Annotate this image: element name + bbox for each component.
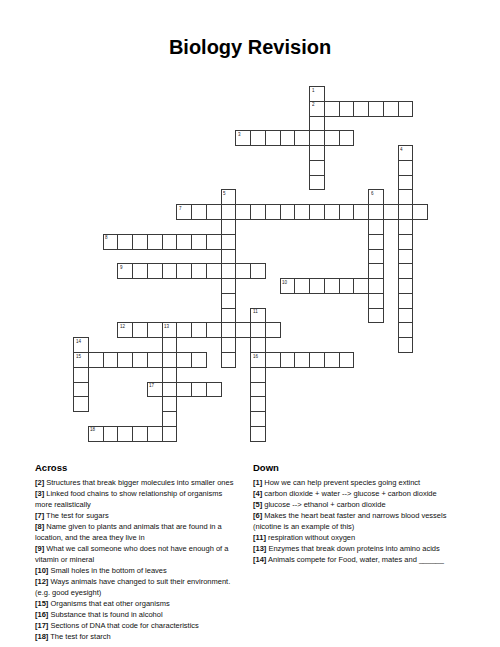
grid-cell-r18c6[interactable] [162, 352, 178, 368]
cell-number-10: 10 [282, 280, 287, 285]
across-clue-text-2: Structures that break bigger molecules i… [44, 478, 233, 487]
across-clue-7: [7] The test for sugars [35, 510, 253, 521]
grid-cell-r3c17[interactable] [324, 130, 340, 146]
across-clue-number-12: [12] [35, 577, 48, 586]
grid-cell-r0c16[interactable]: 1 [309, 86, 325, 102]
grid-cell-r8c13[interactable] [265, 204, 281, 220]
across-clue-16: [16] Substance that is found in alcohol [35, 609, 253, 620]
grid-cell-r7c20[interactable]: 6 [368, 189, 384, 205]
grid-cell-r15c12[interactable]: 11 [250, 308, 266, 324]
grid-cell-r20c9[interactable] [206, 382, 222, 398]
grid-cell-r23c1[interactable]: 18 [88, 426, 104, 442]
grid-cell-r18c16[interactable] [309, 352, 325, 368]
grid-cell-r1c20[interactable] [368, 101, 384, 117]
across-clue-number-17: [17] [35, 621, 48, 630]
down-clue-text-14: Animals compete for Food, water, mates a… [266, 555, 444, 564]
grid-cell-r15c22[interactable] [398, 308, 414, 324]
grid-cell-r18c17[interactable] [324, 352, 340, 368]
grid-cell-r20c8[interactable] [191, 382, 207, 398]
across-clue-8: [8] Name given to plants and animals tha… [35, 521, 253, 543]
grid-cell-r18c7[interactable] [176, 352, 192, 368]
grid-cell-r19c6[interactable] [162, 367, 178, 383]
grid-cell-r20c12[interactable] [250, 382, 266, 398]
across-clue-number-18: [18] [35, 632, 48, 641]
across-clue-number-9: [9] [35, 544, 44, 553]
grid-cell-r23c4[interactable] [132, 426, 148, 442]
grid-cell-r18c1[interactable] [88, 352, 104, 368]
cell-number-9: 9 [120, 265, 123, 270]
grid-cell-r12c9[interactable] [206, 263, 222, 279]
grid-cell-r9c10[interactable] [221, 219, 237, 235]
grid-cell-r16c12[interactable] [250, 322, 266, 338]
grid-cell-r22c12[interactable] [250, 411, 266, 427]
grid-cell-r13c15[interactable] [294, 278, 310, 294]
grid-cell-r12c8[interactable] [191, 263, 207, 279]
grid-cell-r16c6[interactable]: 13 [162, 322, 178, 338]
grid-cell-r17c0[interactable]: 14 [73, 337, 89, 353]
down-clue-number-14: [14] [253, 555, 266, 564]
grid-cell-r18c3[interactable] [117, 352, 133, 368]
across-clue-17: [17] Sections of DNA that code for chara… [35, 620, 253, 631]
across-clue-number-8: [8] [35, 522, 44, 531]
across-clue-list: [2] Structures that break bigger molecul… [35, 477, 253, 642]
grid-cell-r16c7[interactable] [176, 322, 192, 338]
across-clue-2: [2] Structures that break bigger molecul… [35, 477, 253, 488]
grid-cell-r12c22[interactable] [398, 263, 414, 279]
down-clue-13: [13] Enzymes that break down proteins in… [253, 543, 489, 554]
cell-number-12: 12 [120, 324, 125, 329]
grid-cell-r6c22[interactable] [398, 175, 414, 191]
grid-cell-r14c10[interactable] [221, 293, 237, 309]
grid-cell-r2c16[interactable] [309, 116, 325, 132]
grid-cell-r23c2[interactable] [103, 426, 119, 442]
cell-number-7: 7 [179, 206, 182, 211]
grid-cell-r1c17[interactable] [324, 101, 340, 117]
down-header: Down [253, 462, 489, 474]
grid-cell-r3c15[interactable] [294, 130, 310, 146]
cell-number-6: 6 [371, 191, 374, 196]
grid-cell-r13c20[interactable] [368, 278, 384, 294]
grid-cell-r1c19[interactable] [353, 101, 369, 117]
grid-cell-r1c22[interactable] [398, 101, 414, 117]
across-clue-15: [15] Organisms that eat other organisms [35, 598, 253, 609]
grid-cell-r15c20[interactable] [368, 308, 384, 324]
across-clue-text-10: Small holes in the bottom of leaves [48, 566, 166, 575]
grid-cell-r20c6[interactable] [162, 382, 178, 398]
cell-number-13: 13 [164, 324, 169, 329]
cell-number-16: 16 [253, 354, 258, 359]
grid-cell-r18c14[interactable] [280, 352, 296, 368]
across-clue-number-10: [10] [35, 566, 48, 575]
cell-number-18: 18 [90, 427, 95, 432]
cell-number-5: 5 [223, 191, 226, 196]
grid-cell-r10c20[interactable] [368, 234, 384, 250]
grid-cell-r16c8[interactable] [191, 322, 207, 338]
down-clue-number-1: [1] [253, 478, 262, 487]
grid-cell-r18c10[interactable] [221, 352, 237, 368]
down-clue-4: [4] carbon dioxide + water --> glucose +… [253, 488, 489, 499]
grid-cell-r16c5[interactable] [147, 322, 163, 338]
cell-number-11: 11 [253, 309, 258, 314]
grid-cell-r11c10[interactable] [221, 249, 237, 265]
grid-cell-r13c10[interactable] [221, 278, 237, 294]
grid-cell-r23c12[interactable] [250, 426, 266, 442]
cell-number-3: 3 [238, 132, 241, 137]
across-clue-number-7: [7] [35, 511, 44, 520]
grid-cell-r18c13[interactable] [265, 352, 281, 368]
down-clue-number-11: [11] [253, 533, 266, 542]
grid-cell-r18c2[interactable] [103, 352, 119, 368]
down-clue-5: [5] glucose --> ethanol + carbon dioxide [253, 499, 489, 510]
across-clue-12: [12] Ways animals have changed to suit t… [35, 576, 253, 598]
grid-cell-r8c17[interactable] [324, 204, 340, 220]
across-clue-3: [3] Linked food chains to show relations… [35, 488, 253, 510]
grid-cell-r10c5[interactable] [147, 234, 163, 250]
down-clue-text-13: Enzymes that break down proteins into am… [266, 544, 439, 553]
grid-cell-r20c7[interactable] [176, 382, 192, 398]
grid-cell-r16c22[interactable] [398, 322, 414, 338]
grid-cell-r3c18[interactable] [339, 130, 355, 146]
grid-cell-r8c14[interactable] [280, 204, 296, 220]
cell-number-17: 17 [149, 383, 154, 388]
grid-cell-r1c16[interactable]: 2 [309, 101, 325, 117]
grid-cell-r12c6[interactable] [162, 263, 178, 279]
grid-cell-r23c5[interactable] [147, 426, 163, 442]
grid-cell-r10c4[interactable] [132, 234, 148, 250]
grid-cell-r8c23[interactable] [412, 204, 428, 220]
cell-number-8: 8 [105, 235, 108, 240]
grid-cell-r10c7[interactable] [176, 234, 192, 250]
grid-cell-r7c22[interactable] [398, 189, 414, 205]
across-clue-text-17: Sections of DNA that code for characteri… [48, 621, 198, 630]
down-clues-section: Down [1] How we can help prevent species… [253, 462, 489, 565]
down-clue-11: [11] respiration without oxygen [253, 532, 489, 543]
grid-cell-r14c22[interactable] [398, 293, 414, 309]
grid-cell-r18c18[interactable] [339, 352, 355, 368]
grid-cell-r23c6[interactable] [162, 426, 178, 442]
grid-cell-r10c6[interactable] [162, 234, 178, 250]
grid-cell-r12c7[interactable] [176, 263, 192, 279]
grid-cell-r10c2[interactable]: 8 [103, 234, 119, 250]
grid-cell-r17c22[interactable] [398, 337, 414, 353]
grid-cell-r1c21[interactable] [383, 101, 399, 117]
across-clues-section: Across [2] Structures that break bigger … [35, 462, 253, 642]
grid-cell-r13c22[interactable] [398, 278, 414, 294]
grid-cell-r13c16[interactable] [309, 278, 325, 294]
across-header: Across [35, 462, 253, 474]
grid-cell-r22c6[interactable] [162, 411, 178, 427]
cell-number-1: 1 [312, 88, 315, 93]
across-clue-number-3: [3] [35, 489, 44, 498]
grid-cell-r12c20[interactable] [368, 263, 384, 279]
down-clue-number-4: [4] [253, 489, 262, 498]
grid-cell-r10c3[interactable] [117, 234, 133, 250]
grid-cell-r21c12[interactable] [250, 396, 266, 412]
grid-cell-r12c12[interactable] [250, 263, 266, 279]
grid-cell-r18c12[interactable]: 16 [250, 352, 266, 368]
grid-cell-r8c9[interactable] [206, 204, 222, 220]
grid-cell-r16c9[interactable] [206, 322, 222, 338]
grid-cell-r8c20[interactable] [368, 204, 384, 220]
grid-cell-r12c4[interactable] [132, 263, 148, 279]
across-clue-18: [18] The test for starch [35, 631, 253, 642]
across-clue-text-3: Linked food chains to show relationship … [35, 489, 222, 509]
grid-cell-r18c4[interactable] [132, 352, 148, 368]
grid-cell-r16c4[interactable] [132, 322, 148, 338]
grid-cell-r20c0[interactable] [73, 382, 89, 398]
down-clue-text-4: carbon dioxide + water --> glucose + car… [262, 489, 436, 498]
grid-cell-r12c5[interactable] [147, 263, 163, 279]
grid-cell-r10c9[interactable] [206, 234, 222, 250]
grid-cell-r17c10[interactable] [221, 337, 237, 353]
down-clue-number-5: [5] [253, 500, 262, 509]
grid-cell-r17c6[interactable] [162, 337, 178, 353]
grid-cell-r13c19[interactable] [353, 278, 369, 294]
grid-cell-r23c3[interactable] [117, 426, 133, 442]
across-clue-text-18: The test for starch [48, 632, 110, 641]
grid-cell-r4c22[interactable]: 4 [398, 145, 414, 161]
grid-cell-r7c10[interactable]: 5 [221, 189, 237, 205]
grid-cell-r3c13[interactable] [265, 130, 281, 146]
grid-cell-r16c3[interactable]: 12 [117, 322, 133, 338]
grid-cell-r16c11[interactable] [235, 322, 251, 338]
grid-cell-r5c22[interactable] [398, 160, 414, 176]
down-clue-list: [1] How we can help prevent species goin… [253, 477, 489, 565]
across-clue-text-9: What we call someone who does not have e… [35, 544, 228, 564]
grid-cell-r9c22[interactable] [398, 219, 414, 235]
grid-cell-r8c7[interactable]: 7 [176, 204, 192, 220]
across-clue-10: [10] Small holes in the bottom of leaves [35, 565, 253, 576]
grid-cell-r14c20[interactable] [368, 293, 384, 309]
grid-cell-r3c12[interactable] [250, 130, 266, 146]
grid-cell-r12c3[interactable]: 9 [117, 263, 133, 279]
grid-cell-r13c17[interactable] [324, 278, 340, 294]
grid-cell-r9c20[interactable] [368, 219, 384, 235]
grid-cell-r8c11[interactable] [235, 204, 251, 220]
down-clue-text-5: glucose --> ethanol + carbon dioxide [262, 500, 385, 509]
across-clue-9: [9] What we call someone who does not ha… [35, 543, 253, 565]
grid-cell-r18c0[interactable]: 15 [73, 352, 89, 368]
across-clue-text-8: Name given to plants and animals that ar… [35, 522, 222, 542]
grid-cell-r17c12[interactable] [250, 337, 266, 353]
page: Biology Revision 12345678910111213141516… [0, 0, 500, 647]
grid-cell-r10c8[interactable] [191, 234, 207, 250]
grid-cell-r3c16[interactable] [309, 130, 325, 146]
grid-cell-r18c5[interactable] [147, 352, 163, 368]
grid-cell-r6c16[interactable] [309, 175, 325, 191]
grid-cell-r8c18[interactable] [339, 204, 355, 220]
grid-cell-r8c10[interactable] [221, 204, 237, 220]
grid-cell-r16c10[interactable] [221, 322, 237, 338]
grid-cell-r18c8[interactable] [191, 352, 207, 368]
down-clue-14: [14] Animals compete for Food, water, ma… [253, 554, 489, 565]
grid-cell-r19c12[interactable] [250, 367, 266, 383]
down-clue-text-6: Makes the heart beat faster and narrows … [253, 511, 446, 531]
down-clue-number-13: [13] [253, 544, 266, 553]
across-clue-number-15: [15] [35, 599, 48, 608]
across-clue-text-16: Substance that is found in alcohol [48, 610, 162, 619]
across-clue-text-12: Ways animals have changed to suit their … [35, 577, 230, 597]
grid-cell-r15c10[interactable] [221, 308, 237, 324]
grid-cell-r3c11[interactable]: 3 [235, 130, 251, 146]
across-clue-text-7: The test for sugars [44, 511, 108, 520]
grid-cell-r4c16[interactable] [309, 145, 325, 161]
grid-cell-r21c6[interactable] [162, 396, 178, 412]
down-clue-number-6: [6] [253, 511, 262, 520]
grid-cell-r5c16[interactable] [309, 160, 325, 176]
grid-cell-r1c18[interactable] [339, 101, 355, 117]
cell-number-15: 15 [76, 354, 81, 359]
cell-number-4: 4 [400, 147, 403, 152]
grid-cell-r8c15[interactable] [294, 204, 310, 220]
grid-cell-r16c13[interactable] [265, 322, 281, 338]
grid-cell-r20c5[interactable]: 17 [147, 382, 163, 398]
grid-cell-r12c10[interactable] [221, 263, 237, 279]
grid-cell-r8c21[interactable] [383, 204, 399, 220]
across-clue-number-2: [2] [35, 478, 44, 487]
grid-cell-r11c20[interactable] [368, 249, 384, 265]
grid-cell-r8c22[interactable] [398, 204, 414, 220]
puzzle-title: Biology Revision [0, 36, 500, 59]
down-clue-text-1: How we can help prevent species going ex… [262, 478, 420, 487]
grid-cell-r3c14[interactable] [280, 130, 296, 146]
grid-cell-r19c0[interactable] [73, 367, 89, 383]
grid-cell-r11c22[interactable] [398, 249, 414, 265]
grid-cell-r8c16[interactable] [309, 204, 325, 220]
grid-cell-r12c11[interactable] [235, 263, 251, 279]
grid-cell-r13c18[interactable] [339, 278, 355, 294]
grid-cell-r18c15[interactable] [294, 352, 310, 368]
grid-cell-r8c12[interactable] [250, 204, 266, 220]
down-clue-text-11: respiration without oxygen [266, 533, 355, 542]
grid-cell-r21c0[interactable] [73, 396, 89, 412]
down-clue-6: [6] Makes the heart beat faster and narr… [253, 510, 489, 532]
across-clue-number-16: [16] [35, 610, 48, 619]
grid-cell-r8c8[interactable] [191, 204, 207, 220]
grid-cell-r10c22[interactable] [398, 234, 414, 250]
across-clue-text-15: Organisms that eat other organisms [48, 599, 169, 608]
cell-number-2: 2 [312, 102, 315, 107]
cell-number-14: 14 [76, 339, 81, 344]
down-clue-1: [1] How we can help prevent species goin… [253, 477, 489, 488]
grid-cell-r13c14[interactable]: 10 [280, 278, 296, 294]
grid-cell-r8c19[interactable] [353, 204, 369, 220]
grid-cell-r10c10[interactable] [221, 234, 237, 250]
